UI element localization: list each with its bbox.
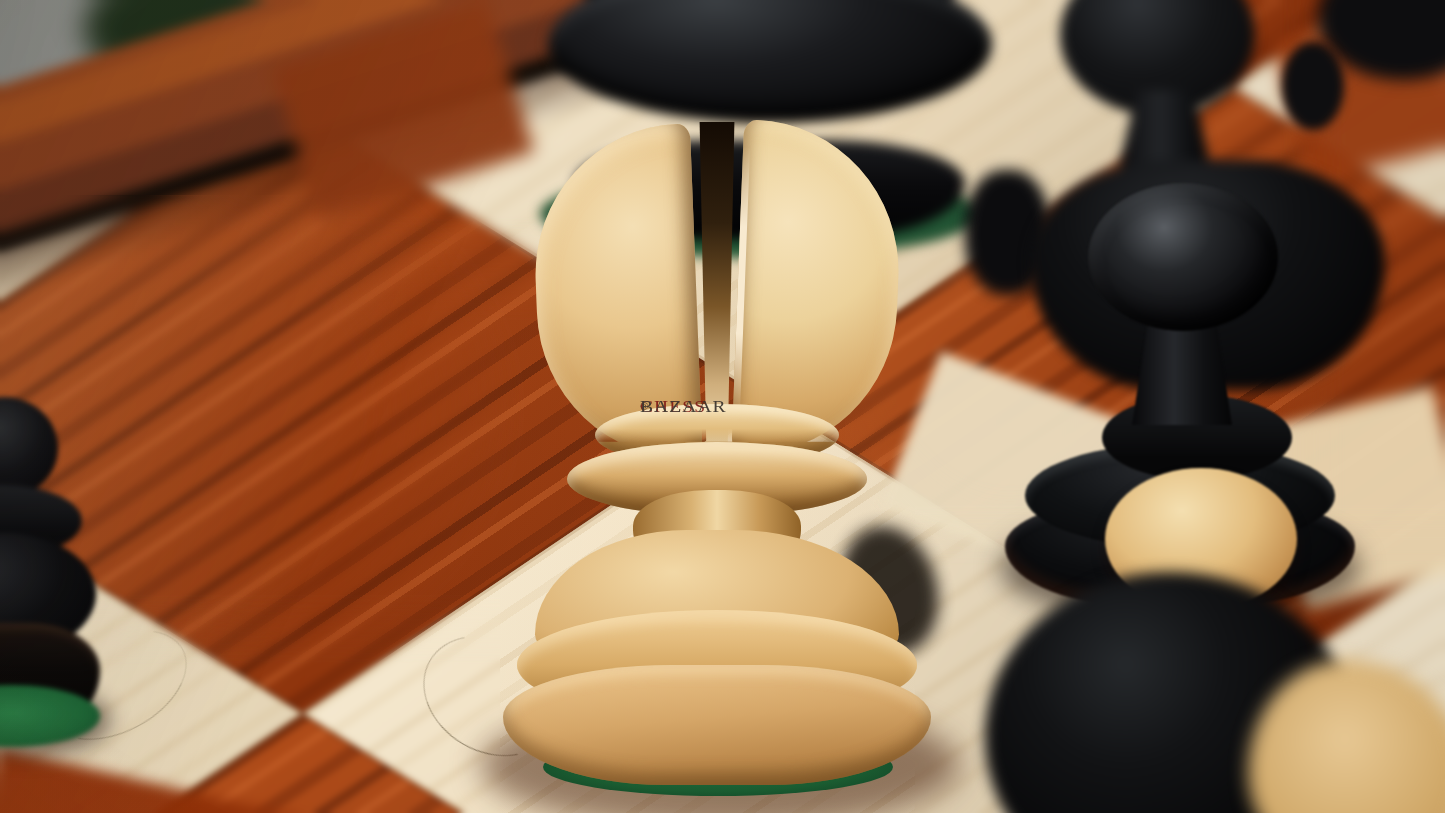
black-piece-blur xyxy=(1282,42,1344,130)
black-pawn-head xyxy=(1088,183,1278,331)
black-pawn-left-edge xyxy=(0,385,110,750)
white-bishop-hero: CHESSBAZAAR® xyxy=(495,90,945,802)
watermark-text-bazaar: BAZAAR xyxy=(640,396,727,416)
chessbazaar-watermark: CHESSBAZAAR® xyxy=(640,396,846,418)
bishop-base xyxy=(503,665,931,785)
black-pawn-head xyxy=(0,397,58,499)
chess-photo-stage: CHESSBAZAAR® xyxy=(0,0,1445,813)
registered-trademark-icon: ® xyxy=(640,396,650,416)
